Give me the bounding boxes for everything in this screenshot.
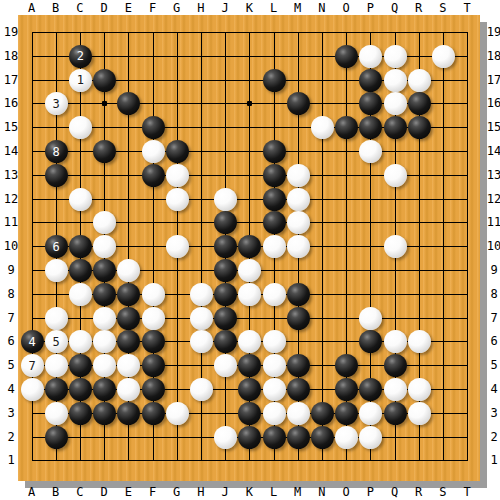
stone-C15-white[interactable] <box>69 116 92 139</box>
col-label-bottom-J: J <box>214 485 236 499</box>
col-label-bottom-M: M <box>287 485 309 499</box>
row-label-left-13: 13 <box>0 168 22 182</box>
row-label-right-1: 1 <box>483 453 500 467</box>
col-label-bottom-L: L <box>263 485 285 499</box>
col-label-top-T: T <box>456 1 478 15</box>
stone-L14-black[interactable] <box>263 140 286 163</box>
row-label-right-9: 9 <box>483 263 500 277</box>
stone-Q5-black[interactable] <box>384 354 407 377</box>
col-label-top-H: H <box>190 1 212 15</box>
row-label-left-10: 10 <box>0 239 22 253</box>
stone-M3-white[interactable] <box>287 402 310 425</box>
grid-line-horizontal <box>32 460 469 461</box>
col-label-bottom-R: R <box>408 485 430 499</box>
grid-line-vertical <box>322 32 323 460</box>
stone-D8-black[interactable] <box>93 283 116 306</box>
stone-Q16-white[interactable] <box>384 92 407 115</box>
stone-M2-black[interactable] <box>287 426 310 449</box>
stone-M4-black[interactable] <box>287 378 310 401</box>
move-number-label: 8 <box>53 146 60 158</box>
stone-C9-black[interactable] <box>69 259 92 282</box>
row-label-left-8: 8 <box>0 287 22 301</box>
stone-C17-white[interactable]: 1 <box>69 69 92 92</box>
stone-E8-black[interactable] <box>117 283 140 306</box>
col-label-top-D: D <box>93 1 115 15</box>
col-label-top-A: A <box>21 1 43 15</box>
col-label-bottom-D: D <box>93 485 115 499</box>
row-label-right-16: 16 <box>483 96 500 110</box>
stone-F6-black[interactable] <box>142 330 165 353</box>
star-point-D16 <box>102 101 107 106</box>
stone-Q6-white[interactable] <box>384 330 407 353</box>
stone-R6-white[interactable] <box>408 330 431 353</box>
row-label-left-18: 18 <box>0 49 22 63</box>
grid-line-vertical <box>467 32 468 460</box>
move-number-label: 5 <box>53 336 60 348</box>
stone-O15-black[interactable] <box>335 116 358 139</box>
stone-O4-black[interactable] <box>335 378 358 401</box>
stone-C8-white[interactable] <box>69 283 92 306</box>
stone-M13-white[interactable] <box>287 164 310 187</box>
stone-R17-white[interactable] <box>408 69 431 92</box>
row-label-left-6: 6 <box>0 334 22 348</box>
stone-K10-black[interactable] <box>238 235 261 258</box>
row-label-left-11: 11 <box>0 215 22 229</box>
stone-Q17-white[interactable] <box>384 69 407 92</box>
stone-J2-white[interactable] <box>214 426 237 449</box>
stone-H8-white[interactable] <box>190 283 213 306</box>
stone-J5-white[interactable] <box>214 354 237 377</box>
col-label-bottom-G: G <box>166 485 188 499</box>
stone-B3-white[interactable] <box>45 402 68 425</box>
stone-L5-white[interactable] <box>263 354 286 377</box>
stone-L11-black[interactable] <box>263 211 286 234</box>
stone-Q10-white[interactable] <box>384 235 407 258</box>
stone-L4-white[interactable] <box>263 378 286 401</box>
row-label-left-12: 12 <box>0 192 22 206</box>
stone-L10-white[interactable] <box>263 235 286 258</box>
col-label-top-N: N <box>311 1 333 15</box>
stone-E4-white[interactable] <box>117 378 140 401</box>
stone-D11-white[interactable] <box>93 211 116 234</box>
stone-B9-white[interactable] <box>45 259 68 282</box>
stone-F5-black[interactable] <box>142 354 165 377</box>
row-label-right-10: 10 <box>483 239 500 253</box>
col-label-top-G: G <box>166 1 188 15</box>
stone-B16-white[interactable]: 3 <box>45 92 68 115</box>
col-label-top-E: E <box>117 1 139 15</box>
stone-F13-black[interactable] <box>142 164 165 187</box>
move-number-label: 1 <box>77 74 84 86</box>
row-label-right-6: 6 <box>483 334 500 348</box>
stone-L3-white[interactable] <box>263 402 286 425</box>
row-label-right-5: 5 <box>483 358 500 372</box>
row-label-left-14: 14 <box>0 144 22 158</box>
stone-F3-black[interactable] <box>142 402 165 425</box>
stone-O18-black[interactable] <box>335 45 358 68</box>
stone-Q18-white[interactable] <box>384 45 407 68</box>
row-label-right-11: 11 <box>483 215 500 229</box>
col-label-top-F: F <box>142 1 164 15</box>
col-label-bottom-A: A <box>21 485 43 499</box>
stone-S18-white[interactable] <box>432 45 455 68</box>
stone-B13-black[interactable] <box>45 164 68 187</box>
stone-P3-white[interactable] <box>359 402 382 425</box>
stone-D4-black[interactable] <box>93 378 116 401</box>
stone-R15-black[interactable] <box>408 116 431 139</box>
stone-M11-white[interactable] <box>287 211 310 234</box>
stone-P18-white[interactable] <box>359 45 382 68</box>
col-label-top-P: P <box>359 1 381 15</box>
stone-L8-white[interactable] <box>263 283 286 306</box>
col-label-bottom-H: H <box>190 485 212 499</box>
stone-D14-black[interactable] <box>93 140 116 163</box>
go-game-screen: 21386457 AABBCCDDEEFFGGHHJJKKLLMMNNOOPPQ… <box>0 0 500 500</box>
stone-L2-black[interactable] <box>263 426 286 449</box>
stone-B2-black[interactable] <box>45 426 68 449</box>
row-label-right-14: 14 <box>483 144 500 158</box>
stone-H4-white[interactable] <box>190 378 213 401</box>
star-point-K16 <box>247 101 252 106</box>
stone-O3-black[interactable] <box>335 402 358 425</box>
stone-G13-white[interactable] <box>166 164 189 187</box>
col-label-bottom-F: F <box>142 485 164 499</box>
stone-G3-white[interactable] <box>166 402 189 425</box>
move-number-label: 4 <box>28 336 35 348</box>
row-label-right-18: 18 <box>483 49 500 63</box>
col-label-bottom-O: O <box>335 485 357 499</box>
stone-C5-black[interactable] <box>69 354 92 377</box>
stone-D6-white[interactable] <box>93 330 116 353</box>
stone-B7-white[interactable] <box>45 307 68 330</box>
stone-Q3-black[interactable] <box>384 402 407 425</box>
stone-O2-white[interactable] <box>335 426 358 449</box>
stone-H6-white[interactable] <box>190 330 213 353</box>
stone-C4-black[interactable] <box>69 378 92 401</box>
row-label-right-4: 4 <box>483 382 500 396</box>
stone-M12-white[interactable] <box>287 188 310 211</box>
stone-M7-black[interactable] <box>287 307 310 330</box>
row-label-right-12: 12 <box>483 192 500 206</box>
stone-P6-black[interactable] <box>359 330 382 353</box>
stone-C12-white[interactable] <box>69 188 92 211</box>
col-label-top-S: S <box>432 1 454 15</box>
row-label-left-5: 5 <box>0 358 22 372</box>
col-label-bottom-B: B <box>45 485 67 499</box>
stone-J9-black[interactable] <box>214 259 237 282</box>
stone-J12-white[interactable] <box>214 188 237 211</box>
stone-N2-black[interactable] <box>311 426 334 449</box>
row-label-right-13: 13 <box>483 168 500 182</box>
stone-Q15-black[interactable] <box>384 116 407 139</box>
col-label-top-O: O <box>335 1 357 15</box>
stone-N3-black[interactable] <box>311 402 334 425</box>
stone-P15-black[interactable] <box>359 116 382 139</box>
stone-Q4-white[interactable] <box>384 378 407 401</box>
col-label-top-K: K <box>238 1 260 15</box>
row-label-right-8: 8 <box>483 287 500 301</box>
col-label-bottom-N: N <box>311 485 333 499</box>
stone-H7-white[interactable] <box>190 307 213 330</box>
stone-M8-black[interactable] <box>287 283 310 306</box>
col-label-top-J: J <box>214 1 236 15</box>
row-label-right-19: 19 <box>483 25 500 39</box>
col-label-top-Q: Q <box>384 1 406 15</box>
stone-L12-black[interactable] <box>263 188 286 211</box>
stone-E16-black[interactable] <box>117 92 140 115</box>
move-number-label: 2 <box>77 50 84 62</box>
stone-M16-black[interactable] <box>287 92 310 115</box>
stone-J6-black[interactable] <box>214 330 237 353</box>
stone-F8-white[interactable] <box>142 283 165 306</box>
stone-M10-white[interactable] <box>287 235 310 258</box>
stone-E9-white[interactable] <box>117 259 140 282</box>
stone-A4-white[interactable] <box>21 378 44 401</box>
stone-D5-white[interactable] <box>93 354 116 377</box>
row-label-right-17: 17 <box>483 73 500 87</box>
stone-P4-black[interactable] <box>359 378 382 401</box>
stone-K5-black[interactable] <box>238 354 261 377</box>
stone-D7-white[interactable] <box>93 307 116 330</box>
stone-F7-white[interactable] <box>142 307 165 330</box>
stone-R16-black[interactable] <box>408 92 431 115</box>
stone-P7-white[interactable] <box>359 307 382 330</box>
row-label-left-4: 4 <box>0 382 22 396</box>
col-label-top-L: L <box>263 1 285 15</box>
stone-K8-white[interactable] <box>238 283 261 306</box>
stone-J8-black[interactable] <box>214 283 237 306</box>
stone-M5-black[interactable] <box>287 354 310 377</box>
stone-E7-black[interactable] <box>117 307 140 330</box>
col-label-top-B: B <box>45 1 67 15</box>
row-label-left-16: 16 <box>0 96 22 110</box>
stone-B6-white[interactable]: 5 <box>45 330 68 353</box>
stone-P17-black[interactable] <box>359 69 382 92</box>
stone-C10-black[interactable] <box>69 235 92 258</box>
row-label-right-2: 2 <box>483 430 500 444</box>
row-label-left-17: 17 <box>0 73 22 87</box>
col-label-bottom-E: E <box>117 485 139 499</box>
row-label-left-9: 9 <box>0 263 22 277</box>
stone-O5-black[interactable] <box>335 354 358 377</box>
stone-B4-black[interactable] <box>45 378 68 401</box>
stone-C18-black[interactable]: 2 <box>69 45 92 68</box>
stone-J10-black[interactable] <box>214 235 237 258</box>
stone-F15-black[interactable] <box>142 116 165 139</box>
row-label-left-15: 15 <box>0 120 22 134</box>
stone-R3-white[interactable] <box>408 402 431 425</box>
stone-F4-black[interactable] <box>142 378 165 401</box>
col-label-bottom-P: P <box>359 485 381 499</box>
stone-G14-black[interactable] <box>166 140 189 163</box>
row-label-left-19: 19 <box>0 25 22 39</box>
stone-E3-black[interactable] <box>117 402 140 425</box>
stone-D9-black[interactable] <box>93 259 116 282</box>
stone-J7-black[interactable] <box>214 307 237 330</box>
stone-G12-white[interactable] <box>166 188 189 211</box>
stone-B5-white[interactable] <box>45 354 68 377</box>
row-label-left-3: 3 <box>0 406 22 420</box>
stone-K4-black[interactable] <box>238 378 261 401</box>
col-label-bottom-C: C <box>69 485 91 499</box>
move-number-label: 6 <box>53 241 60 253</box>
stone-D10-white[interactable] <box>93 235 116 258</box>
row-label-right-7: 7 <box>483 311 500 325</box>
stone-K9-white[interactable] <box>238 259 261 282</box>
stone-C6-white[interactable] <box>69 330 92 353</box>
move-number-label: 7 <box>28 360 35 372</box>
stone-A5-white[interactable]: 7 <box>21 354 44 377</box>
col-label-top-M: M <box>287 1 309 15</box>
stone-E5-white[interactable] <box>117 354 140 377</box>
stone-F14-white[interactable] <box>142 140 165 163</box>
grid-line-vertical <box>443 32 444 460</box>
row-label-left-7: 7 <box>0 311 22 325</box>
stone-L6-white[interactable] <box>263 330 286 353</box>
col-label-bottom-Q: Q <box>384 485 406 499</box>
stone-K6-white[interactable] <box>238 330 261 353</box>
stone-J11-black[interactable] <box>214 211 237 234</box>
stone-K2-black[interactable] <box>238 426 261 449</box>
col-label-bottom-S: S <box>432 485 454 499</box>
stone-P14-white[interactable] <box>359 140 382 163</box>
col-label-bottom-T: T <box>456 485 478 499</box>
stone-N15-white[interactable] <box>311 116 334 139</box>
col-label-top-C: C <box>69 1 91 15</box>
stone-E6-black[interactable] <box>117 330 140 353</box>
stone-K3-black[interactable] <box>238 402 261 425</box>
col-label-bottom-K: K <box>238 485 260 499</box>
stone-Q13-white[interactable] <box>384 164 407 187</box>
go-board[interactable]: 21386457 <box>18 15 480 481</box>
row-label-right-3: 3 <box>483 406 500 420</box>
stone-L13-black[interactable] <box>263 164 286 187</box>
stone-B10-black[interactable]: 6 <box>45 235 68 258</box>
stone-P16-black[interactable] <box>359 92 382 115</box>
row-label-left-1: 1 <box>0 453 22 467</box>
stone-B14-black[interactable]: 8 <box>45 140 68 163</box>
row-label-left-2: 2 <box>0 430 22 444</box>
move-number-label: 3 <box>53 98 60 110</box>
stone-R4-white[interactable] <box>408 378 431 401</box>
stone-P2-white[interactable] <box>359 426 382 449</box>
stone-G10-white[interactable] <box>166 235 189 258</box>
stone-D3-black[interactable] <box>93 402 116 425</box>
stone-L17-black[interactable] <box>263 69 286 92</box>
row-label-right-15: 15 <box>483 120 500 134</box>
col-label-top-R: R <box>408 1 430 15</box>
stone-C3-black[interactable] <box>69 402 92 425</box>
stone-D17-black[interactable] <box>93 69 116 92</box>
stone-A6-black[interactable]: 4 <box>21 330 44 353</box>
